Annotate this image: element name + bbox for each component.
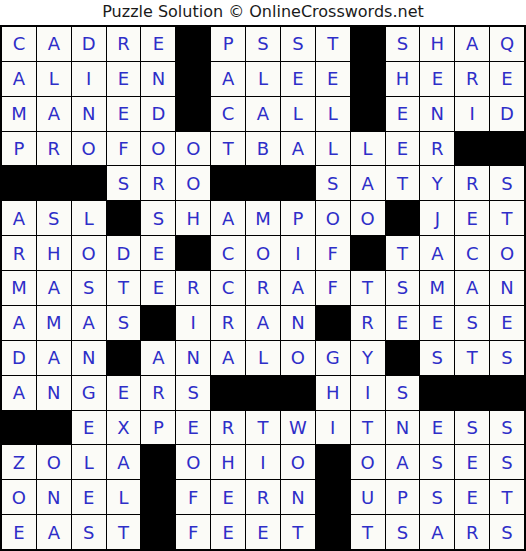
letter-cell-r14c6: F [176,480,210,514]
block-cell-r15c5 [141,515,175,549]
letter-cell-r9c8: A [246,306,280,340]
letter-cell-r14c7: E [211,480,245,514]
letter-cell-r3c14: I [455,97,489,131]
letter-cell-r2c5: N [141,62,175,96]
letter-cell-r11c2: N [37,376,71,410]
letter-cell-r13c12: A [386,445,420,479]
block-cell-r15c10 [316,515,350,549]
letter-cell-r1c15: Q [490,27,524,61]
letter-cell-r6c10: O [316,201,350,235]
letter-cell-r13c15: S [490,445,524,479]
block-cell-r11c15 [490,376,524,410]
letter-cell-r9c14: S [455,306,489,340]
letter-cell-r2c15: E [490,62,524,96]
letter-cell-r15c3: S [72,515,106,549]
letter-cell-r12c5: P [141,411,175,445]
letter-cell-r5c15: S [490,166,524,200]
letter-cell-r7c2: H [37,236,71,270]
letter-cell-r10c14: T [455,341,489,375]
letter-cell-r1c9: S [281,27,315,61]
block-cell-r11c13 [420,376,454,410]
letter-cell-r1c7: P [211,27,245,61]
page-title: Puzzle Solution © OnlineCrosswords.net [0,0,526,25]
letter-cell-r12c13: E [420,411,454,445]
letter-cell-r10c1: D [2,341,36,375]
letter-cell-r1c10: T [316,27,350,61]
letter-cell-r8c9: A [281,271,315,305]
letter-cell-r3c2: A [37,97,71,131]
letter-cell-r15c2: A [37,515,71,549]
letter-cell-r2c13: E [420,62,454,96]
letter-cell-r11c3: G [72,376,106,410]
letter-cell-r14c1: O [2,480,36,514]
letter-cell-r6c9: P [281,201,315,235]
letter-cell-r3c10: L [316,97,350,131]
block-cell-r9c10 [316,306,350,340]
letter-cell-r10c5: A [141,341,175,375]
letter-cell-r2c4: E [107,62,141,96]
letter-cell-r5c6: O [176,166,210,200]
letter-cell-r3c1: M [2,97,36,131]
letter-cell-r13c6: O [176,445,210,479]
letter-cell-r6c2: S [37,201,71,235]
letter-cell-r8c11: T [351,271,385,305]
letter-cell-r14c2: N [37,480,71,514]
letter-cell-r3c13: N [420,97,454,131]
letter-cell-r14c13: S [420,480,454,514]
letter-cell-r9c6: I [176,306,210,340]
letter-cell-r9c7: R [211,306,245,340]
letter-cell-r1c14: A [455,27,489,61]
letter-cell-r9c9: N [281,306,315,340]
letter-cell-r10c6: N [176,341,210,375]
letter-cell-r5c12: T [386,166,420,200]
letter-cell-r5c4: S [107,166,141,200]
block-cell-r11c7 [211,376,245,410]
block-cell-r2c6 [176,62,210,96]
letter-cell-r15c4: T [107,515,141,549]
letter-cell-r7c15: O [490,236,524,270]
letter-cell-r3c5: D [141,97,175,131]
letter-cell-r14c12: P [386,480,420,514]
letter-cell-r12c6: E [176,411,210,445]
letter-cell-r7c8: O [246,236,280,270]
letter-cell-r15c14: R [455,515,489,549]
letter-cell-r8c3: S [72,271,106,305]
letter-cell-r11c12: S [386,376,420,410]
letter-cell-r7c3: O [72,236,106,270]
letter-cell-r14c15: T [490,480,524,514]
letter-cell-r11c11: I [351,376,385,410]
block-cell-r6c4 [107,201,141,235]
block-cell-r12c1 [2,411,36,445]
letter-cell-r1c13: H [420,27,454,61]
letter-cell-r10c15: S [490,341,524,375]
letter-cell-r10c2: A [37,341,71,375]
letter-cell-r3c3: N [72,97,106,131]
letter-cell-r4c8: B [246,132,280,166]
letter-cell-r15c1: E [2,515,36,549]
letter-cell-r4c11: L [351,132,385,166]
letter-cell-r4c12: E [386,132,420,166]
letter-cell-r1c12: S [386,27,420,61]
letter-cell-r9c13: E [420,306,454,340]
letter-cell-r5c13: Y [420,166,454,200]
letter-cell-r10c13: S [420,341,454,375]
letter-cell-r3c15: D [490,97,524,131]
block-cell-r9c5 [141,306,175,340]
letter-cell-r6c7: A [211,201,245,235]
letter-cell-r6c3: L [72,201,106,235]
letter-cell-r2c8: L [246,62,280,96]
letter-cell-r5c10: S [316,166,350,200]
letter-cell-r15c7: E [211,515,245,549]
letter-cell-r15c13: A [420,515,454,549]
letter-cell-r12c10: I [316,411,350,445]
letter-cell-r8c5: E [141,271,175,305]
letter-cell-r7c13: A [420,236,454,270]
letter-cell-r9c15: E [490,306,524,340]
letter-cell-r1c8: S [246,27,280,61]
letter-cell-r3c12: E [386,97,420,131]
letter-cell-r12c15: S [490,411,524,445]
letter-cell-r14c8: R [246,480,280,514]
letter-cell-r4c6: O [176,132,210,166]
letter-cell-r15c6: F [176,515,210,549]
letter-cell-r12c3: E [72,411,106,445]
letter-cell-r13c4: A [107,445,141,479]
letter-cell-r14c11: U [351,480,385,514]
puzzle-solution-page: Puzzle Solution © OnlineCrosswords.net C… [0,0,526,551]
letter-cell-r12c14: S [455,411,489,445]
block-cell-r5c2 [37,166,71,200]
letter-cell-r15c9: T [281,515,315,549]
letter-cell-r7c5: E [141,236,175,270]
block-cell-r11c9 [281,376,315,410]
letter-cell-r6c1: A [2,201,36,235]
letter-cell-r14c9: N [281,480,315,514]
letter-cell-r11c1: A [2,376,36,410]
block-cell-r14c5 [141,480,175,514]
letter-cell-r2c1: A [2,62,36,96]
letter-cell-r14c4: L [107,480,141,514]
letter-cell-r7c14: C [455,236,489,270]
letter-cell-r2c10: E [316,62,350,96]
letter-cell-r4c2: R [37,132,71,166]
letter-cell-r1c2: A [37,27,71,61]
letter-cell-r4c5: O [141,132,175,166]
block-cell-r10c12 [386,341,420,375]
letter-cell-r8c2: A [37,271,71,305]
block-cell-r5c1 [2,166,36,200]
letter-cell-r10c9: O [281,341,315,375]
letter-cell-r13c14: E [455,445,489,479]
letter-cell-r1c1: C [2,27,36,61]
letter-cell-r10c3: N [72,341,106,375]
letter-cell-r9c3: A [72,306,106,340]
block-cell-r6c12 [386,201,420,235]
block-cell-r1c6 [176,27,210,61]
letter-cell-r13c3: L [72,445,106,479]
letter-cell-r12c4: X [107,411,141,445]
block-cell-r1c11 [351,27,385,61]
letter-cell-r12c7: R [211,411,245,445]
letter-cell-r15c8: E [246,515,280,549]
letter-cell-r9c1: A [2,306,36,340]
letter-cell-r4c10: L [316,132,350,166]
letter-cell-r8c13: M [420,271,454,305]
letter-cell-r12c9: W [281,411,315,445]
block-cell-r5c3 [72,166,106,200]
letter-cell-r10c8: L [246,341,280,375]
letter-cell-r13c9: O [281,445,315,479]
letter-cell-r2c2: L [37,62,71,96]
letter-cell-r12c12: N [386,411,420,445]
letter-cell-r9c12: E [386,306,420,340]
letter-cell-r10c10: G [316,341,350,375]
letter-cell-r15c12: S [386,515,420,549]
letter-cell-r2c14: R [455,62,489,96]
letter-cell-r8c14: A [455,271,489,305]
letter-cell-r13c11: O [351,445,385,479]
letter-cell-r11c5: R [141,376,175,410]
letter-cell-r3c4: E [107,97,141,131]
letter-cell-r13c8: I [246,445,280,479]
letter-cell-r6c6: H [176,201,210,235]
letter-cell-r8c4: T [107,271,141,305]
letter-cell-r14c3: E [72,480,106,514]
letter-cell-r7c12: T [386,236,420,270]
letter-cell-r8c12: S [386,271,420,305]
letter-cell-r2c9: E [281,62,315,96]
block-cell-r11c8 [246,376,280,410]
letter-cell-r5c5: R [141,166,175,200]
letter-cell-r6c15: T [490,201,524,235]
letter-cell-r13c7: H [211,445,245,479]
letter-cell-r2c3: I [72,62,106,96]
block-cell-r4c15 [490,132,524,166]
crossword-grid: CADREPSSTSHAQALIENALEEHEREMANEDCALLENIDP… [0,25,526,551]
letter-cell-r8c1: M [2,271,36,305]
letter-cell-r14c14: E [455,480,489,514]
letter-cell-r8c10: F [316,271,350,305]
block-cell-r3c11 [351,97,385,131]
letter-cell-r13c1: Z [2,445,36,479]
letter-cell-r8c6: R [176,271,210,305]
letter-cell-r4c1: P [2,132,36,166]
letter-cell-r15c15: S [490,515,524,549]
letter-cell-r3c9: L [281,97,315,131]
block-cell-r2c11 [351,62,385,96]
letter-cell-r10c7: A [211,341,245,375]
block-cell-r10c4 [107,341,141,375]
block-cell-r4c14 [455,132,489,166]
letter-cell-r4c3: O [72,132,106,166]
letter-cell-r3c7: C [211,97,245,131]
letter-cell-r7c10: F [316,236,350,270]
block-cell-r7c6 [176,236,210,270]
letter-cell-r6c11: O [351,201,385,235]
letter-cell-r13c2: O [37,445,71,479]
block-cell-r5c7 [211,166,245,200]
letter-cell-r4c4: F [107,132,141,166]
letter-cell-r6c14: E [455,201,489,235]
letter-cell-r4c9: A [281,132,315,166]
letter-cell-r12c11: T [351,411,385,445]
letter-cell-r7c7: C [211,236,245,270]
block-cell-r13c10 [316,445,350,479]
letter-cell-r8c8: R [246,271,280,305]
letter-cell-r10c11: Y [351,341,385,375]
block-cell-r7c11 [351,236,385,270]
letter-cell-r4c7: T [211,132,245,166]
letter-cell-r8c15: N [490,271,524,305]
letter-cell-r11c6: S [176,376,210,410]
block-cell-r12c2 [37,411,71,445]
letter-cell-r13c13: S [420,445,454,479]
block-cell-r5c9 [281,166,315,200]
letter-cell-r11c10: H [316,376,350,410]
letter-cell-r1c3: D [72,27,106,61]
block-cell-r3c6 [176,97,210,131]
letter-cell-r5c14: R [455,166,489,200]
letter-cell-r7c1: R [2,236,36,270]
letter-cell-r4c13: R [420,132,454,166]
block-cell-r14c10 [316,480,350,514]
letter-cell-r7c4: D [107,236,141,270]
letter-cell-r9c4: S [107,306,141,340]
letter-cell-r8c7: C [211,271,245,305]
letter-cell-r11c4: E [107,376,141,410]
block-cell-r11c14 [455,376,489,410]
letter-cell-r15c11: T [351,515,385,549]
block-cell-r13c5 [141,445,175,479]
letter-cell-r2c7: A [211,62,245,96]
letter-cell-r7c9: I [281,236,315,270]
letter-cell-r6c13: J [420,201,454,235]
letter-cell-r3c8: A [246,97,280,131]
letter-cell-r1c5: E [141,27,175,61]
letter-cell-r6c8: M [246,201,280,235]
letter-cell-r6c5: S [141,201,175,235]
letter-cell-r2c12: H [386,62,420,96]
letter-cell-r9c2: M [37,306,71,340]
letter-cell-r1c4: R [107,27,141,61]
letter-cell-r5c11: A [351,166,385,200]
block-cell-r5c8 [246,166,280,200]
letter-cell-r9c11: R [351,306,385,340]
letter-cell-r12c8: T [246,411,280,445]
